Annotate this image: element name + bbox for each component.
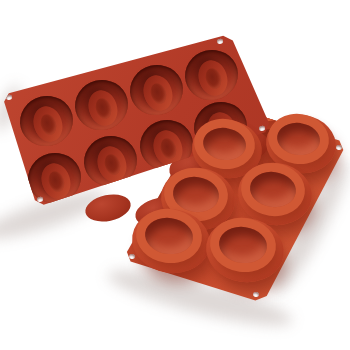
corner-hole bbox=[259, 125, 265, 131]
corner-hole bbox=[217, 38, 223, 44]
photo-stage bbox=[0, 0, 350, 350]
corner-hole bbox=[335, 144, 342, 150]
corner-hole bbox=[37, 196, 43, 202]
